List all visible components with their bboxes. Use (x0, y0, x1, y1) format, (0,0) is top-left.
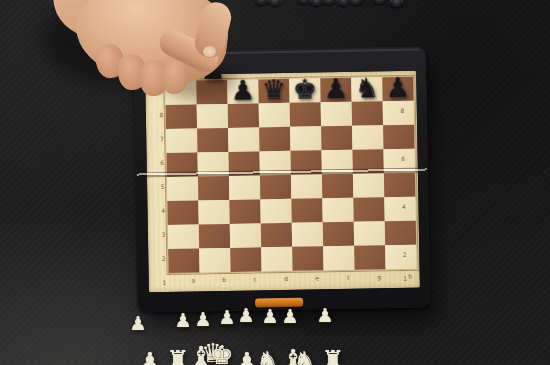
square-e1[interactable] (292, 246, 323, 271)
rank-label-5: 5 (158, 175, 167, 199)
rank-label-7: 7 (398, 123, 407, 147)
offboard-white-pawn-row1-2[interactable]: ♟ (174, 311, 191, 330)
square-d6[interactable] (259, 127, 290, 152)
square-e8[interactable]: ♚ (289, 78, 320, 103)
offboard-white-rook-row2-10[interactable]: ♜ (321, 347, 344, 365)
offboard-white-pawn-row1-1[interactable]: ♟ (129, 314, 146, 333)
offboard-black-piece-2[interactable] (268, 0, 281, 6)
black-queen-d8[interactable]: ♛ (262, 76, 287, 103)
square-b2[interactable] (199, 224, 230, 249)
square-b1[interactable] (199, 248, 230, 273)
square-f4[interactable] (322, 174, 353, 199)
square-d8[interactable]: ♛ (258, 79, 289, 104)
file-label-d: d (271, 274, 302, 285)
offboard-black-piece-3[interactable] (297, 0, 310, 4)
square-e3[interactable] (291, 198, 322, 223)
square-d3[interactable] (260, 199, 291, 224)
rank-label-7: 7 (157, 127, 166, 151)
square-b3[interactable] (198, 200, 229, 225)
offboard-black-piece-8[interactable] (373, 0, 386, 4)
file-label-f: f (333, 273, 364, 284)
black-pawn-c8[interactable]: ♟ (231, 76, 256, 103)
black-pawn-f8[interactable]: ♟ (324, 75, 349, 102)
offboard-white-king-row2-5[interactable]: ♚ (210, 342, 233, 365)
rank-label-8: 8 (157, 103, 166, 127)
square-g1[interactable] (354, 245, 385, 270)
square-g7[interactable] (352, 101, 383, 126)
forearm (39, 0, 156, 59)
offboard-white-rook-row2-2[interactable]: ♜ (166, 347, 189, 365)
file-label-g: g (364, 272, 395, 283)
black-king-e8[interactable]: ♚ (293, 75, 318, 102)
square-g8[interactable]: ♞ (351, 77, 382, 102)
square-f2[interactable] (323, 222, 354, 247)
table-scene: 87654321 87654321 ♟♛♚♟♞♟ abcdefgh ♟ ♟♟♟♟… (0, 0, 550, 365)
square-f8[interactable]: ♟ (320, 78, 351, 103)
square-e2[interactable] (292, 222, 323, 247)
square-c4[interactable] (229, 175, 260, 200)
offboard-white-pawn-row1-7[interactable]: ♟ (281, 307, 298, 326)
black-pawn-h8[interactable]: ♟ (386, 74, 411, 101)
offboard-black-piece-7[interactable] (349, 0, 362, 5)
offboard-white-pawn-row1-4[interactable]: ♟ (218, 308, 235, 327)
file-label-a: a (178, 275, 209, 286)
square-g2[interactable] (354, 221, 385, 246)
square-b7[interactable] (197, 104, 228, 129)
square-h8[interactable]: ♟ (382, 77, 413, 102)
rank-label-4: 4 (399, 195, 408, 219)
held-black-pawn[interactable]: ♟ (200, 56, 225, 84)
rank-label-3: 3 (400, 219, 409, 243)
square-d1[interactable] (261, 247, 292, 272)
square-f6[interactable] (321, 126, 352, 151)
rank-label-2: 2 (159, 247, 168, 271)
square-g4[interactable] (353, 173, 384, 198)
square-g6[interactable] (352, 125, 383, 150)
offboard-black-piece-1[interactable] (255, 0, 268, 5)
square-a7[interactable] (166, 104, 197, 129)
square-c3[interactable] (229, 199, 260, 224)
square-b4[interactable] (198, 176, 229, 201)
square-a3[interactable] (167, 200, 198, 225)
square-a1[interactable] (168, 248, 199, 273)
square-d2[interactable] (261, 223, 292, 248)
offboard-white-pawn-row2-1[interactable]: ♟ (138, 349, 161, 365)
square-a4[interactable] (167, 176, 198, 201)
offboard-white-knight-row2-9[interactable]: ♞ (293, 348, 316, 365)
offboard-white-pawn-row1-5[interactable]: ♟ (237, 306, 254, 325)
square-c2[interactable] (230, 223, 261, 248)
square-e4[interactable] (291, 174, 322, 199)
square-a8[interactable] (165, 80, 196, 105)
square-d4[interactable] (260, 175, 291, 200)
rank-label-2: 2 (400, 243, 409, 267)
offboard-white-pawn-row1-6[interactable]: ♟ (261, 307, 278, 326)
board-face: 87654321 87654321 ♟♛♚♟♞♟ abcdefgh (145, 71, 420, 293)
square-a2[interactable] (168, 224, 199, 249)
square-a6[interactable] (166, 128, 197, 153)
file-label-c: c (240, 274, 271, 285)
rank-label-3: 3 (159, 223, 168, 247)
square-e7[interactable] (290, 102, 321, 127)
offboard-black-piece-9[interactable] (390, 0, 403, 7)
black-knight-g8[interactable]: ♞ (355, 74, 380, 101)
square-c6[interactable] (228, 127, 259, 152)
pinky-finger (92, 41, 127, 81)
offboard-black-piece-5[interactable] (322, 0, 335, 5)
square-b6[interactable] (197, 128, 228, 153)
rank-label-4: 4 (158, 199, 167, 223)
offboard-white-knight-row2-7[interactable]: ♞ (256, 348, 279, 365)
file-label-e: e (302, 273, 333, 284)
square-c8[interactable]: ♟ (227, 79, 258, 104)
square-f7[interactable] (321, 102, 352, 127)
square-g3[interactable] (353, 197, 384, 222)
square-f3[interactable] (322, 198, 353, 223)
chess-board: 87654321 87654321 ♟♛♚♟♞♟ abcdefgh (134, 46, 431, 312)
square-c7[interactable] (228, 103, 259, 128)
board-rim-highlight (140, 49, 420, 56)
square-d7[interactable] (259, 103, 290, 128)
square-f1[interactable] (323, 246, 354, 271)
offboard-white-pawn-row1-3[interactable]: ♟ (194, 310, 211, 329)
square-c1[interactable] (230, 247, 261, 272)
rank-label-5: 5 (399, 171, 408, 195)
file-label-b: b (209, 275, 240, 286)
file-label-h: h (395, 272, 426, 283)
square-e6[interactable] (290, 126, 321, 151)
rank-label-1: 1 (160, 271, 169, 295)
offboard-white-pawn-row1-8[interactable]: ♟ (316, 306, 333, 325)
offboard-white-pawn-row2-6[interactable]: ♟ (235, 349, 258, 365)
